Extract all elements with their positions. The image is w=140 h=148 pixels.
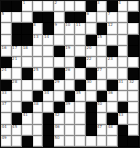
cell-r5c4[interactable] [33, 46, 44, 57]
cell-r11c4[interactable] [33, 113, 44, 124]
black-cell-r11c9 [86, 113, 97, 124]
black-cell-r7c13 [128, 68, 139, 79]
clue-number: 26 [65, 68, 70, 72]
cell-r1c5[interactable] [43, 1, 54, 12]
cell-r13c8[interactable] [75, 136, 86, 147]
clue-number: 48 [108, 125, 113, 129]
clue-number: 30 [86, 80, 91, 84]
cell-r13c6[interactable]: 50 [54, 136, 65, 147]
cell-r3c8[interactable]: 11 [75, 23, 86, 34]
cell-r5c12[interactable] [118, 46, 129, 57]
cell-r2c10[interactable] [97, 12, 108, 23]
cell-r12c7[interactable] [65, 125, 76, 136]
black-cell-r3c10 [97, 23, 108, 34]
cell-r8c3[interactable] [22, 80, 33, 91]
black-cell-r1c2 [12, 1, 23, 12]
cell-r6c13[interactable] [128, 57, 139, 68]
clue-number: 19 [65, 46, 70, 50]
cell-r2c1[interactable]: 5 [1, 12, 12, 23]
cell-r13c1[interactable]: 49 [1, 136, 12, 147]
black-cell-r7c9 [86, 68, 97, 79]
clue-number: 50 [55, 136, 60, 140]
cell-r4c6[interactable] [54, 35, 65, 46]
cell-r12c10[interactable]: 47 [97, 125, 108, 136]
cell-r12c11[interactable]: 48 [107, 125, 118, 136]
clue-number: 45 [12, 125, 17, 129]
cell-r10c13[interactable] [128, 102, 139, 113]
cell-r3c13[interactable] [128, 23, 139, 34]
cell-r3c1[interactable] [1, 23, 12, 34]
cell-r8c12[interactable]: 31 [118, 80, 129, 91]
clue-number: 32 [129, 80, 134, 84]
clue-number: 33 [2, 91, 7, 95]
cell-r8c4[interactable] [33, 80, 44, 91]
cell-r2c9[interactable]: 6 [86, 12, 97, 23]
clue-number: 14 [44, 35, 49, 39]
cell-r3c9[interactable] [86, 23, 97, 34]
cell-r1c7[interactable] [65, 1, 76, 12]
cell-r8c7[interactable] [65, 80, 76, 91]
cell-r4c10[interactable]: 15 [97, 35, 108, 46]
black-cell-r2c5 [43, 12, 54, 23]
cell-r4c12[interactable] [118, 35, 129, 46]
clue-number: 39 [65, 102, 70, 106]
cell-r1c13[interactable] [128, 1, 139, 12]
cell-r6c5[interactable] [43, 57, 54, 68]
cell-r6c9[interactable]: 22 [86, 57, 97, 68]
cell-r13c11[interactable] [107, 136, 118, 147]
cell-r1c4[interactable] [33, 1, 44, 12]
black-cell-r3c5 [43, 23, 54, 34]
clue-number: 15 [97, 35, 102, 39]
clue-number: 17 [12, 46, 17, 50]
cell-r3c7[interactable]: 10 [65, 23, 76, 34]
clue-number: 36 [108, 91, 113, 95]
black-cell-r3c3 [22, 23, 33, 34]
clue-number: 12 [108, 23, 113, 27]
cell-r10c7[interactable]: 39 [65, 102, 76, 113]
clue-number: 4 [118, 1, 121, 5]
black-cell-r2c13 [128, 12, 139, 23]
cell-r5c7[interactable]: 19 [65, 46, 76, 57]
cell-r11c12[interactable]: 43 [118, 113, 129, 124]
cell-r10c10[interactable]: 40 [97, 102, 108, 113]
cell-r5c8[interactable] [75, 46, 86, 57]
clue-number: 8 [33, 23, 36, 27]
black-cell-r13c3 [22, 136, 33, 147]
cell-r8c2[interactable]: 28 [12, 80, 23, 91]
black-cell-r7c6 [54, 68, 65, 79]
black-cell-r12c5 [43, 125, 54, 136]
cell-r9c8[interactable]: 35 [75, 91, 86, 102]
clue-number: 27 [97, 68, 102, 72]
cell-r6c2[interactable]: 21 [12, 57, 23, 68]
black-cell-r4c13 [128, 35, 139, 46]
cell-r3c11[interactable]: 12 [107, 23, 118, 34]
cell-r13c10[interactable] [97, 136, 108, 147]
cell-r8c9[interactable]: 30 [86, 80, 97, 91]
cell-r10c5[interactable] [43, 102, 54, 113]
clue-number: 25 [33, 68, 38, 72]
clue-number: 49 [2, 136, 7, 140]
cell-r6c6[interactable] [54, 57, 65, 68]
cell-r11c6[interactable]: 42 [54, 113, 65, 124]
cell-r9c12[interactable] [118, 91, 129, 102]
clue-number: 21 [12, 57, 17, 61]
clue-number: 13 [33, 35, 38, 39]
cell-r9c6[interactable] [54, 91, 65, 102]
cell-r7c5[interactable] [43, 68, 54, 79]
black-cell-r11c11 [107, 113, 118, 124]
clue-number: 28 [12, 80, 17, 84]
clue-number: 47 [97, 125, 102, 129]
black-cell-r5c13 [128, 46, 139, 57]
cell-r10c4[interactable]: 38 [33, 102, 44, 113]
cell-r10c1[interactable]: 37 [1, 102, 12, 113]
black-cell-r6c8 [75, 57, 86, 68]
cell-r7c4[interactable]: 25 [33, 68, 44, 79]
black-cell-r12c9 [86, 125, 97, 136]
cell-r1c6[interactable]: 2 [54, 1, 65, 12]
black-cell-r13c5 [43, 136, 54, 147]
cell-r7c10[interactable]: 27 [97, 68, 108, 79]
clue-number: 2 [55, 1, 58, 5]
crossword-grid: 1234567891011121314151617181920212223242… [1, 1, 139, 147]
cell-r1c3[interactable]: 1 [22, 1, 33, 12]
clue-number: 35 [76, 91, 81, 95]
cell-r1c8[interactable] [75, 1, 86, 12]
cell-r4c8[interactable] [75, 35, 86, 46]
black-cell-r11c2 [12, 113, 23, 124]
cell-r8c10[interactable] [97, 80, 108, 91]
cell-r3c4[interactable]: 8 [33, 23, 44, 34]
cell-r7c12[interactable] [118, 68, 129, 79]
clue-number: 16 [2, 46, 7, 50]
clue-number: 34 [44, 91, 49, 95]
cell-r12c2[interactable]: 45 [12, 125, 23, 136]
cell-r9c3[interactable] [22, 91, 33, 102]
cell-r11c8[interactable] [75, 113, 86, 124]
cell-r11c1[interactable] [1, 113, 12, 124]
black-cell-r13c13 [128, 136, 139, 147]
clue-number: 6 [86, 12, 89, 16]
cell-r7c11[interactable] [107, 68, 118, 79]
cell-r13c7[interactable] [65, 136, 76, 147]
cell-r12c4[interactable] [33, 125, 44, 136]
clue-number: 46 [55, 125, 60, 129]
black-cell-r7c3 [22, 68, 33, 79]
clue-number: 42 [55, 113, 60, 117]
cell-r7c7[interactable]: 26 [65, 68, 76, 79]
cell-r8c13[interactable]: 32 [128, 80, 139, 91]
clue-number: 43 [118, 113, 123, 117]
cell-r7c1[interactable]: 24 [1, 68, 12, 79]
clue-number: 41 [23, 113, 28, 117]
cell-r6c11[interactable]: 23 [107, 57, 118, 68]
cell-r13c9[interactable] [86, 136, 97, 147]
clue-number: 20 [86, 46, 91, 50]
cell-r7c8[interactable] [75, 68, 86, 79]
clue-number: 5 [2, 12, 5, 16]
cell-r12c13[interactable] [128, 125, 139, 136]
black-cell-r12c12 [118, 125, 129, 136]
clue-number: 31 [118, 80, 123, 84]
cell-r9c9[interactable] [86, 91, 97, 102]
black-cell-r10c9 [86, 102, 97, 113]
cell-r5c1[interactable]: 16 [1, 46, 12, 57]
cell-r9c2[interactable] [12, 91, 23, 102]
clue-number: 29 [55, 80, 60, 84]
cell-r4c4[interactable]: 13 [33, 35, 44, 46]
clue-number: 44 [2, 125, 7, 129]
clue-number: 9 [55, 23, 58, 27]
cell-r13c4[interactable] [33, 136, 44, 147]
cell-r10c2[interactable] [12, 102, 23, 113]
cell-r3c12[interactable] [118, 23, 129, 34]
cell-r11c7[interactable] [65, 113, 76, 124]
clue-number: 22 [86, 57, 91, 61]
clue-number: 11 [76, 23, 81, 27]
black-cell-r13c12 [118, 136, 129, 147]
clue-number: 23 [108, 57, 113, 61]
cell-r9c11[interactable]: 36 [107, 91, 118, 102]
cell-r6c3[interactable] [22, 57, 33, 68]
clue-number: 18 [23, 46, 28, 50]
cell-r2c3[interactable] [22, 12, 33, 23]
black-cell-r5c6 [54, 46, 65, 57]
cell-r2c12[interactable] [118, 12, 129, 23]
cell-r10c8[interactable] [75, 102, 86, 113]
cell-r5c5[interactable] [43, 46, 54, 57]
cell-r10c11[interactable] [107, 102, 118, 113]
cell-r6c12[interactable] [118, 57, 129, 68]
crossword-board-frame: 1234567891011121314151617181920212223242… [0, 0, 140, 148]
cell-r9c13[interactable] [128, 91, 139, 102]
cell-r11c13[interactable] [128, 113, 139, 124]
cell-r12c8[interactable] [75, 125, 86, 136]
cell-r5c10[interactable] [97, 46, 108, 57]
clue-number: 40 [97, 102, 102, 106]
black-cell-r3c2 [12, 23, 23, 34]
cell-r5c3[interactable]: 18 [22, 46, 33, 57]
cell-r2c2[interactable] [12, 12, 23, 23]
clue-number: 10 [65, 23, 70, 27]
black-cell-r11c5 [43, 113, 54, 124]
cell-r4c11[interactable] [107, 35, 118, 46]
cell-r13c2[interactable] [12, 136, 23, 147]
clue-number: 24 [2, 68, 7, 72]
clue-number: 7 [108, 12, 111, 16]
cell-r8c6[interactable]: 29 [54, 80, 65, 91]
cell-r4c5[interactable]: 14 [43, 35, 54, 46]
cell-r9c5[interactable]: 34 [43, 91, 54, 102]
clue-number: 38 [33, 102, 38, 106]
cell-r11c3[interactable]: 41 [22, 113, 33, 124]
clue-number: 37 [2, 102, 7, 106]
cell-r11c10[interactable] [97, 113, 108, 124]
cell-r1c12[interactable]: 4 [118, 1, 129, 12]
clue-number: 1 [23, 1, 26, 5]
cell-r1c10[interactable]: 3 [97, 1, 108, 12]
cell-r3c6[interactable]: 9 [54, 23, 65, 34]
cell-r7c2[interactable] [12, 68, 23, 79]
clue-number: 3 [97, 1, 100, 5]
cell-r12c3[interactable] [22, 125, 33, 136]
